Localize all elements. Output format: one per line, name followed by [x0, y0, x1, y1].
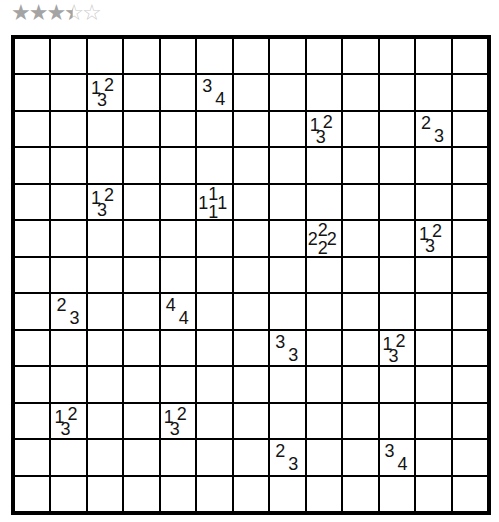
cell — [453, 477, 487, 511]
cell — [416, 148, 450, 182]
cell — [161, 477, 195, 511]
cell — [197, 112, 231, 146]
cell — [453, 367, 487, 401]
cell — [197, 477, 231, 511]
cell — [270, 477, 304, 511]
puzzle-page: ★★★☆★☆ 123341232312311112222123234433123… — [0, 0, 499, 522]
clue-digit: 1 — [217, 196, 227, 210]
clue-digit: 3 — [288, 457, 298, 471]
clue-cell: 123 — [51, 404, 85, 438]
cell — [15, 75, 49, 109]
cell — [270, 404, 304, 438]
clue-digit: 3 — [60, 422, 70, 436]
cell — [343, 258, 377, 292]
cell — [51, 477, 85, 511]
cell — [161, 331, 195, 365]
cell — [88, 331, 122, 365]
cell — [453, 404, 487, 438]
cell — [197, 221, 231, 255]
cell — [307, 440, 341, 474]
cell — [307, 367, 341, 401]
cell — [88, 258, 122, 292]
clue-digit: 2 — [318, 241, 328, 255]
clue-digit: 3 — [316, 130, 326, 144]
clue-digit: 3 — [389, 349, 399, 363]
cell — [234, 75, 268, 109]
cell — [234, 39, 268, 73]
cell — [88, 112, 122, 146]
cell — [15, 367, 49, 401]
cell — [124, 75, 158, 109]
cell — [453, 258, 487, 292]
cell — [124, 440, 158, 474]
cell — [88, 404, 122, 438]
cell — [343, 367, 377, 401]
cell — [197, 404, 231, 438]
cell — [416, 294, 450, 328]
clue-digit: 4 — [215, 92, 225, 106]
cell — [197, 331, 231, 365]
cell — [453, 112, 487, 146]
cell — [416, 477, 450, 511]
cell — [197, 294, 231, 328]
clue-digit: 3 — [385, 444, 395, 458]
cell — [270, 75, 304, 109]
cell — [416, 331, 450, 365]
cell — [51, 112, 85, 146]
clue-digit: 2 — [327, 232, 337, 246]
cell — [15, 258, 49, 292]
cell — [307, 75, 341, 109]
cell — [270, 39, 304, 73]
cell — [416, 404, 450, 438]
cell — [124, 331, 158, 365]
cell — [234, 112, 268, 146]
cell — [307, 294, 341, 328]
cell — [234, 477, 268, 511]
clue-cell: 123 — [416, 221, 450, 255]
cell — [270, 367, 304, 401]
cell — [416, 185, 450, 219]
clue-digit: 2 — [275, 444, 285, 458]
cell — [416, 258, 450, 292]
cell — [307, 39, 341, 73]
clue-digit: 4 — [398, 457, 408, 471]
clue-digit: 2 — [308, 232, 318, 246]
clue-cell: 123 — [161, 404, 195, 438]
cell — [453, 148, 487, 182]
cell — [124, 258, 158, 292]
cell — [234, 367, 268, 401]
cell — [124, 39, 158, 73]
clue-digit: 3 — [202, 79, 212, 93]
cell — [270, 258, 304, 292]
cell — [416, 367, 450, 401]
cell — [234, 148, 268, 182]
cell — [234, 185, 268, 219]
cell — [51, 221, 85, 255]
clue-cell: 44 — [161, 294, 195, 328]
star-filled-icon: ★ — [46, 0, 64, 28]
cell — [453, 39, 487, 73]
clue-cell: 123 — [380, 331, 414, 365]
cell — [15, 294, 49, 328]
clue-digit: 1 — [198, 196, 208, 210]
cell — [234, 331, 268, 365]
cell — [197, 367, 231, 401]
cell — [380, 294, 414, 328]
cell — [270, 294, 304, 328]
cell — [343, 185, 377, 219]
cell — [161, 112, 195, 146]
cell — [380, 367, 414, 401]
cell — [343, 75, 377, 109]
cell — [15, 404, 49, 438]
clue-digit: 4 — [166, 298, 176, 312]
cell — [124, 148, 158, 182]
cell — [416, 75, 450, 109]
star-filled-icon: ★ — [29, 0, 47, 28]
clue-digit: 1 — [208, 205, 218, 219]
clue-cell: 34 — [197, 75, 231, 109]
cell — [380, 185, 414, 219]
cell — [161, 440, 195, 474]
clue-cell: 23 — [416, 112, 450, 146]
clue-digit: 3 — [288, 348, 298, 362]
clue-digit: 3 — [170, 422, 180, 436]
cell — [15, 477, 49, 511]
cell — [161, 75, 195, 109]
cell — [88, 39, 122, 73]
cell — [161, 148, 195, 182]
cell — [453, 294, 487, 328]
cell — [15, 148, 49, 182]
star-filled-icon: ★ — [11, 0, 29, 28]
cell — [15, 112, 49, 146]
cell — [416, 440, 450, 474]
cell — [270, 148, 304, 182]
clue-digit: 3 — [97, 203, 107, 217]
cell — [343, 440, 377, 474]
cell — [307, 477, 341, 511]
cell — [51, 367, 85, 401]
cell — [88, 440, 122, 474]
cell — [124, 294, 158, 328]
cell — [161, 185, 195, 219]
cell — [234, 440, 268, 474]
cell — [307, 148, 341, 182]
cell — [197, 258, 231, 292]
clue-cell: 1111 — [197, 185, 231, 219]
cell — [15, 331, 49, 365]
cell — [343, 221, 377, 255]
cell — [15, 440, 49, 474]
cell — [307, 404, 341, 438]
cell — [453, 331, 487, 365]
cell — [380, 404, 414, 438]
cell — [416, 39, 450, 73]
cell — [453, 440, 487, 474]
clue-digit: 3 — [275, 335, 285, 349]
cell — [15, 221, 49, 255]
cell — [88, 477, 122, 511]
star-empty-icon: ☆ — [82, 0, 100, 28]
cell — [343, 112, 377, 146]
clue-digit: 4 — [179, 311, 189, 325]
cell — [234, 404, 268, 438]
clue-cell: 23 — [51, 294, 85, 328]
clue-cell: 23 — [270, 440, 304, 474]
cell — [343, 294, 377, 328]
cell — [51, 185, 85, 219]
clue-cell: 123 — [88, 75, 122, 109]
clue-digit: 2 — [421, 116, 431, 130]
cell — [270, 221, 304, 255]
cell — [453, 185, 487, 219]
cell — [234, 221, 268, 255]
cell — [51, 331, 85, 365]
cell — [124, 367, 158, 401]
cell — [51, 258, 85, 292]
cell — [380, 148, 414, 182]
cell — [234, 294, 268, 328]
cell — [15, 39, 49, 73]
cell — [380, 75, 414, 109]
clue-digit: 3 — [97, 93, 107, 107]
cell — [51, 148, 85, 182]
cell — [124, 221, 158, 255]
star-half-icon: ☆★ — [64, 0, 82, 28]
clue-digit: 3 — [434, 129, 444, 143]
cell — [51, 39, 85, 73]
cell — [380, 477, 414, 511]
cell — [161, 39, 195, 73]
clue-digit: 2 — [56, 298, 66, 312]
cell — [307, 258, 341, 292]
cell — [453, 221, 487, 255]
cell — [124, 477, 158, 511]
puzzle-grid: 1233412323123111122221232344331231231232… — [11, 35, 491, 515]
cell — [343, 404, 377, 438]
cell — [197, 39, 231, 73]
cell — [343, 331, 377, 365]
cell — [161, 367, 195, 401]
cell — [88, 367, 122, 401]
cell — [307, 331, 341, 365]
clue-digit: 3 — [425, 239, 435, 253]
cell — [380, 221, 414, 255]
cell — [343, 477, 377, 511]
cell — [15, 185, 49, 219]
cell — [343, 148, 377, 182]
cell — [380, 39, 414, 73]
cell — [197, 148, 231, 182]
cell — [88, 221, 122, 255]
cell — [124, 112, 158, 146]
cell — [453, 75, 487, 109]
cell — [124, 185, 158, 219]
clue-cell: 34 — [380, 440, 414, 474]
difficulty-rating: ★★★☆★☆ — [11, 0, 100, 28]
cell — [88, 294, 122, 328]
clue-cell: 33 — [270, 331, 304, 365]
cell — [270, 185, 304, 219]
cell — [51, 440, 85, 474]
cell — [380, 258, 414, 292]
clue-digit: 3 — [69, 311, 79, 325]
cell — [270, 112, 304, 146]
clue-cell: 2222 — [307, 221, 341, 255]
cell — [161, 258, 195, 292]
clue-cell: 123 — [88, 185, 122, 219]
cell — [161, 221, 195, 255]
cell — [307, 185, 341, 219]
clue-cell: 123 — [307, 112, 341, 146]
cell — [124, 404, 158, 438]
cell — [343, 39, 377, 73]
cell — [197, 440, 231, 474]
cell — [51, 75, 85, 109]
cell — [234, 258, 268, 292]
cell — [380, 112, 414, 146]
cell — [88, 148, 122, 182]
